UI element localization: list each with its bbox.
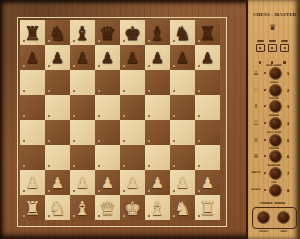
square-e3[interactable] (120, 145, 145, 170)
panel-key-1[interactable] (256, 44, 265, 52)
square-f1[interactable]: ♝ (145, 195, 170, 220)
black-knight[interactable]: ♞ (170, 20, 195, 45)
square-h2[interactable]: ♟ (195, 170, 220, 195)
digit-label-2: 2 (286, 88, 291, 92)
control-panel: CHESS - MASTER ♛ CHANGE BOARD RESET HALT… (246, 0, 300, 239)
square-a4[interactable] (20, 120, 45, 145)
white-pawn[interactable]: ♟ (170, 170, 195, 195)
black-rook[interactable]: ♜ (20, 20, 45, 45)
square-f7[interactable]: ♟ (145, 45, 170, 70)
level-led (264, 89, 267, 92)
square-b1[interactable]: ♞ (45, 195, 70, 220)
board-border: ♜♞♝♛♚♝♞♜♟♟♟♟♟♟♟♟♟♟♟♟♟♟♟♟♜♞♝♛♚♝♞♜ (17, 17, 227, 227)
square-h1[interactable]: ♜ (195, 195, 220, 220)
square-c8[interactable]: ♝ (70, 20, 95, 45)
square-a6[interactable] (20, 70, 45, 95)
panel-key-2-label (269, 40, 276, 42)
black-pawn[interactable]: ♟ (70, 45, 95, 70)
board-led (264, 122, 267, 125)
color-led (264, 105, 267, 108)
level-button[interactable] (270, 85, 281, 96)
square-h5[interactable] (195, 95, 220, 120)
square-e7[interactable]: ♟ (120, 45, 145, 70)
square-a7[interactable]: ♟ (20, 45, 45, 70)
panel-key-1-led (259, 61, 262, 64)
knight-icon: ♘ (251, 86, 261, 94)
square-g3[interactable] (170, 145, 195, 170)
panel-key-3-label (281, 40, 288, 42)
digit-label-3: 3 (286, 104, 291, 108)
black-queen[interactable]: ♛ (95, 20, 120, 45)
random-key-label: RANDOM (266, 164, 282, 166)
white-pawn[interactable]: ♟ (195, 170, 220, 195)
halt-button[interactable] (278, 212, 289, 223)
new-game-key-label: NEW GAME (266, 64, 282, 66)
black-pawn[interactable]: ♟ (170, 45, 195, 70)
square-e2[interactable]: ♟ (120, 170, 145, 195)
white-bishop[interactable]: ♝ (145, 195, 170, 220)
new-game-led (264, 72, 267, 75)
square-d1[interactable]: ♛ (95, 195, 120, 220)
square-d8[interactable]: ♛ (95, 20, 120, 45)
black-pawn[interactable]: ♟ (20, 45, 45, 70)
square-a1[interactable]: ♜ (20, 195, 45, 220)
square-c7[interactable]: ♟ (70, 45, 95, 70)
white-pawn[interactable]: ♟ (120, 170, 145, 195)
square-g6[interactable] (170, 70, 195, 95)
reset-button-label: RESET (256, 230, 272, 232)
white-knight[interactable]: ♞ (45, 195, 70, 220)
black-led-label: BLACK (248, 188, 264, 190)
panel-key-3-led (283, 61, 286, 64)
king-icon: ♔ (251, 152, 261, 160)
square-a3[interactable] (20, 145, 45, 170)
square-d3[interactable] (95, 145, 120, 170)
square-h8[interactable]: ♜ (195, 20, 220, 45)
square-g7[interactable]: ♟ (170, 45, 195, 70)
square-d5[interactable] (95, 95, 120, 120)
self-play-button[interactable] (270, 135, 281, 146)
white-pawn[interactable]: ♟ (70, 170, 95, 195)
color-key-label: COLOR (266, 97, 282, 99)
square-c5[interactable] (70, 95, 95, 120)
square-f3[interactable] (145, 145, 170, 170)
black-knight[interactable]: ♞ (45, 20, 70, 45)
halt-button-label: HALT (276, 230, 292, 232)
square-b6[interactable] (45, 70, 70, 95)
square-b3[interactable] (45, 145, 70, 170)
black-pawn[interactable]: ♟ (145, 45, 170, 70)
black-bishop[interactable]: ♝ (145, 20, 170, 45)
crown-emblem-icon: ♛ (248, 23, 297, 33)
led-led (264, 189, 267, 192)
square-d7[interactable]: ♟ (95, 45, 120, 70)
level-key-label: LEVEL (266, 81, 282, 83)
square-e5[interactable] (120, 95, 145, 120)
square-f2[interactable]: ♟ (145, 170, 170, 195)
square-b2[interactable]: ♟ (45, 170, 70, 195)
white-king[interactable]: ♚ (120, 195, 145, 220)
rook-icon: ♖ (251, 119, 261, 127)
color-button[interactable] (270, 101, 281, 112)
board-key-label: BOARD (266, 114, 282, 116)
digit-label-6: 6 (286, 154, 291, 158)
board-button[interactable] (270, 118, 281, 129)
black-pawn[interactable]: ♟ (45, 45, 70, 70)
square-c3[interactable] (70, 145, 95, 170)
bishop-icon: ♗ (251, 102, 261, 110)
digit-label-5: 5 (286, 138, 291, 142)
black-rook[interactable]: ♜ (195, 20, 220, 45)
digit-label-8: 8 (286, 188, 291, 192)
change-board-label-row: CHANGE BOARD (261, 202, 283, 205)
white-rook[interactable]: ♜ (20, 195, 45, 220)
square-a5[interactable] (20, 95, 45, 120)
chess-board: ♜♞♝♛♚♝♞♜♟♟♟♟♟♟♟♟♟♟♟♟♟♟♟♟♜♞♝♛♚♝♞♜ (20, 20, 220, 220)
led-button[interactable] (270, 185, 281, 196)
square-f6[interactable] (145, 70, 170, 95)
white-pawn[interactable]: ♟ (20, 170, 45, 195)
square-e4[interactable] (120, 120, 145, 145)
digit-label-1: 1 (286, 71, 291, 75)
square-c1[interactable]: ♝ (70, 195, 95, 220)
sound-button[interactable] (270, 151, 281, 162)
square-b4[interactable] (45, 120, 70, 145)
white-knight[interactable]: ♞ (170, 195, 195, 220)
square-d6[interactable] (95, 70, 120, 95)
square-f5[interactable] (145, 95, 170, 120)
square-h6[interactable] (195, 70, 220, 95)
square-e1[interactable]: ♚ (120, 195, 145, 220)
digit-label-4: 4 (286, 121, 291, 125)
black-pawn[interactable]: ♟ (120, 45, 145, 70)
square-h7[interactable]: ♟ (195, 45, 220, 70)
square-c4[interactable] (70, 120, 95, 145)
square-b8[interactable]: ♞ (45, 20, 70, 45)
square-d2[interactable]: ♟ (95, 170, 120, 195)
self-play-led (264, 139, 267, 142)
square-d4[interactable] (95, 120, 120, 145)
square-e6[interactable] (120, 70, 145, 95)
square-e8[interactable]: ♚ (120, 20, 145, 45)
new-game-button[interactable] (270, 68, 281, 79)
black-pawn[interactable]: ♟ (195, 45, 220, 70)
pawn-icon: ♙ (251, 69, 261, 77)
sound-led (264, 155, 267, 158)
random-button[interactable] (270, 168, 281, 179)
square-g8[interactable]: ♞ (170, 20, 195, 45)
square-f4[interactable] (145, 120, 170, 145)
reset-button[interactable] (258, 212, 269, 223)
self-play-key-label: SELF PLAY (266, 131, 282, 133)
white-rook[interactable]: ♜ (195, 195, 220, 220)
square-b5[interactable] (45, 95, 70, 120)
bottom-key-box (252, 207, 297, 229)
square-b7[interactable]: ♟ (45, 45, 70, 70)
square-c2[interactable]: ♟ (70, 170, 95, 195)
square-a8[interactable]: ♜ (20, 20, 45, 45)
queen-icon: ♕ (251, 136, 261, 144)
white-pawn[interactable]: ♟ (145, 170, 170, 195)
square-c6[interactable] (70, 70, 95, 95)
square-a2[interactable]: ♟ (20, 170, 45, 195)
white-led-label: WHITE (248, 171, 264, 173)
led-key-label: LED (266, 181, 282, 183)
white-pawn[interactable]: ♟ (45, 170, 70, 195)
sound-key-label: SOUND (266, 147, 282, 149)
change-label: CHANGE (260, 201, 273, 204)
square-g5[interactable] (170, 95, 195, 120)
random-led (264, 172, 267, 175)
square-h4[interactable] (195, 120, 220, 145)
black-bishop[interactable]: ♝ (70, 20, 95, 45)
panel-key-1-label (257, 40, 264, 42)
square-g2[interactable]: ♟ (170, 170, 195, 195)
black-pawn[interactable]: ♟ (95, 45, 120, 70)
panel-key-2[interactable] (268, 44, 277, 52)
square-g4[interactable] (170, 120, 195, 145)
device-title: CHESS - MASTER (253, 12, 292, 18)
board-label: BOARD (274, 201, 285, 204)
square-h3[interactable] (195, 145, 220, 170)
digit-label-7: 7 (286, 171, 291, 175)
white-queen[interactable]: ♛ (95, 195, 120, 220)
white-bishop[interactable]: ♝ (70, 195, 95, 220)
black-king[interactable]: ♚ (120, 20, 145, 45)
white-pawn[interactable]: ♟ (95, 170, 120, 195)
chess-computer: ♜♞♝♛♚♝♞♜♟♟♟♟♟♟♟♟♟♟♟♟♟♟♟♟♜♞♝♛♚♝♞♜ CHESS -… (0, 0, 300, 239)
square-f8[interactable]: ♝ (145, 20, 170, 45)
panel-key-3[interactable] (280, 44, 289, 52)
square-g1[interactable]: ♞ (170, 195, 195, 220)
